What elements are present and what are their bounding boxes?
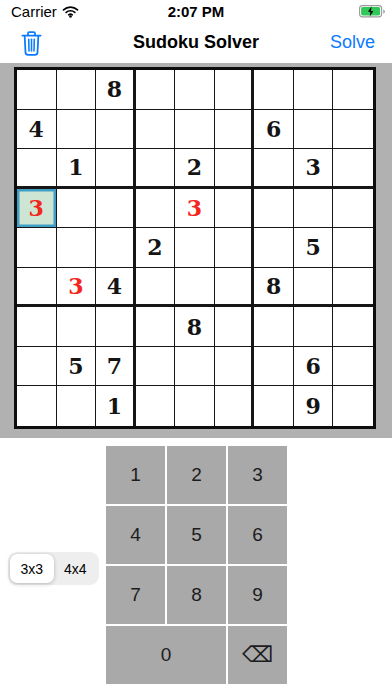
sudoku-cell-r8c5[interactable] <box>175 347 215 387</box>
sudoku-cell-r8c1[interactable] <box>17 347 57 387</box>
sudoku-cell-r9c8[interactable]: 9 <box>294 386 334 426</box>
sudoku-cell-r6c8[interactable] <box>294 268 334 308</box>
sudoku-cell-r4c9[interactable] <box>333 189 373 229</box>
sudoku-cell-r9c2[interactable] <box>57 386 97 426</box>
keypad-key-2[interactable]: 2 <box>167 446 226 504</box>
status-left: Carrier <box>0 3 79 20</box>
sudoku-cell-r1c9[interactable] <box>333 70 373 110</box>
sudoku-cell-r5c9[interactable] <box>333 228 373 268</box>
sudoku-cell-r2c4[interactable] <box>136 110 176 150</box>
grid-size-toggle: 3x34x4 <box>8 552 99 585</box>
keypad-key-7[interactable]: 7 <box>106 566 165 624</box>
sudoku-cell-r7c1[interactable] <box>17 307 57 347</box>
sudoku-cell-r9c9[interactable] <box>333 386 373 426</box>
sudoku-cell-r4c8[interactable] <box>294 189 334 229</box>
sudoku-cell-r9c7[interactable] <box>254 386 294 426</box>
sudoku-cell-r2c8[interactable] <box>294 110 334 150</box>
sudoku-cell-r9c3[interactable]: 1 <box>96 386 136 426</box>
status-right <box>359 5 392 18</box>
sudoku-cell-r4c3[interactable] <box>96 189 136 229</box>
segment-3x3[interactable]: 3x3 <box>10 554 54 583</box>
sudoku-cell-r2c3[interactable] <box>96 110 136 150</box>
sudoku-cell-r5c7[interactable] <box>254 228 294 268</box>
sudoku-cell-r9c1[interactable] <box>17 386 57 426</box>
keypad-key-5[interactable]: 5 <box>167 506 226 564</box>
keypad-key-8[interactable]: 8 <box>167 566 226 624</box>
sudoku-cell-r3c7[interactable] <box>254 149 294 189</box>
sudoku-cell-r1c7[interactable] <box>254 70 294 110</box>
sudoku-cell-r4c7[interactable] <box>254 189 294 229</box>
clear-board-button[interactable] <box>16 27 46 59</box>
sudoku-cell-r6c2[interactable]: 3 <box>57 268 97 308</box>
sudoku-cell-r3c2[interactable]: 1 <box>57 149 97 189</box>
input-area: 3x34x4 1234567890⌫ <box>0 438 392 696</box>
sudoku-cell-r8c3[interactable]: 7 <box>96 347 136 387</box>
sudoku-cell-r4c6[interactable] <box>215 189 255 229</box>
keypad-key-6[interactable]: 6 <box>228 506 287 564</box>
status-bar: Carrier 2:07 PM <box>0 0 392 22</box>
sudoku-cell-r8c9[interactable] <box>333 347 373 387</box>
sudoku-cell-r3c4[interactable] <box>136 149 176 189</box>
sudoku-cell-r3c5[interactable]: 2 <box>175 149 215 189</box>
sudoku-cell-r3c1[interactable] <box>17 149 57 189</box>
sudoku-cell-r9c5[interactable] <box>175 386 215 426</box>
sudoku-cell-r1c8[interactable] <box>294 70 334 110</box>
sudoku-cell-r5c1[interactable] <box>17 228 57 268</box>
number-keypad: 1234567890⌫ <box>106 446 287 684</box>
sudoku-cell-r9c6[interactable] <box>215 386 255 426</box>
sudoku-cell-r3c3[interactable] <box>96 149 136 189</box>
sudoku-cell-r1c5[interactable] <box>175 70 215 110</box>
sudoku-cell-r1c4[interactable] <box>136 70 176 110</box>
sudoku-cell-r2c2[interactable] <box>57 110 97 150</box>
sudoku-cell-r2c7[interactable]: 6 <box>254 110 294 150</box>
solve-button[interactable]: Solve <box>330 22 375 63</box>
sudoku-cell-r4c4[interactable] <box>136 189 176 229</box>
board-area: 8461233325348857619 <box>0 63 392 438</box>
sudoku-cell-r5c2[interactable] <box>57 228 97 268</box>
sudoku-cell-r6c7[interactable]: 8 <box>254 268 294 308</box>
sudoku-cell-r5c4[interactable]: 2 <box>136 228 176 268</box>
sudoku-cell-r6c3[interactable]: 4 <box>96 268 136 308</box>
battery-charging-icon <box>359 5 386 18</box>
sudoku-cell-r7c5[interactable]: 8 <box>175 307 215 347</box>
sudoku-cell-r2c6[interactable] <box>215 110 255 150</box>
sudoku-cell-r5c6[interactable] <box>215 228 255 268</box>
sudoku-cell-r2c5[interactable] <box>175 110 215 150</box>
sudoku-cell-r5c5[interactable] <box>175 228 215 268</box>
sudoku-cell-r7c9[interactable] <box>333 307 373 347</box>
sudoku-cell-r5c3[interactable] <box>96 228 136 268</box>
sudoku-cell-r7c7[interactable] <box>254 307 294 347</box>
sudoku-cell-r6c1[interactable] <box>17 268 57 308</box>
sudoku-cell-r1c6[interactable] <box>215 70 255 110</box>
sudoku-cell-r6c9[interactable] <box>333 268 373 308</box>
sudoku-cell-r7c6[interactable] <box>215 307 255 347</box>
keypad-key-4[interactable]: 4 <box>106 506 165 564</box>
sudoku-cell-r9c4[interactable] <box>136 386 176 426</box>
sudoku-cell-r3c6[interactable] <box>215 149 255 189</box>
sudoku-solver-app: Carrier 2:07 PM <box>0 0 392 696</box>
sudoku-cell-r1c1[interactable] <box>17 70 57 110</box>
sudoku-cell-r2c9[interactable] <box>333 110 373 150</box>
keypad-backspace-key[interactable]: ⌫ <box>228 626 287 684</box>
sudoku-cell-r8c4[interactable] <box>136 347 176 387</box>
sudoku-cell-r6c6[interactable] <box>215 268 255 308</box>
sudoku-cell-r4c1[interactable]: 3 <box>17 189 57 229</box>
nav-bar: Sudoku Solver Solve <box>0 22 392 64</box>
sudoku-cell-r7c2[interactable] <box>57 307 97 347</box>
sudoku-cell-r7c8[interactable] <box>294 307 334 347</box>
sudoku-cell-r7c3[interactable] <box>96 307 136 347</box>
sudoku-cell-r6c4[interactable] <box>136 268 176 308</box>
sudoku-cell-r3c8[interactable]: 3 <box>294 149 334 189</box>
sudoku-cell-r8c7[interactable] <box>254 347 294 387</box>
sudoku-cell-r1c2[interactable] <box>57 70 97 110</box>
sudoku-cell-r8c2[interactable]: 5 <box>57 347 97 387</box>
trash-icon <box>19 29 44 58</box>
keypad-key-1[interactable]: 1 <box>106 446 165 504</box>
sudoku-cell-r8c8[interactable]: 6 <box>294 347 334 387</box>
wifi-icon <box>62 5 79 18</box>
sudoku-cell-r3c9[interactable] <box>333 149 373 189</box>
segment-4x4[interactable]: 4x4 <box>54 554 98 583</box>
sudoku-cell-r2c1[interactable]: 4 <box>17 110 57 150</box>
keypad-key-0[interactable]: 0 <box>106 626 226 684</box>
carrier-label: Carrier <box>11 3 57 20</box>
sudoku-cell-r6c5[interactable] <box>175 268 215 308</box>
sudoku-cell-r4c2[interactable] <box>57 189 97 229</box>
sudoku-cell-r7c4[interactable] <box>136 307 176 347</box>
sudoku-cell-r4c5[interactable]: 3 <box>175 189 215 229</box>
backspace-icon: ⌫ <box>242 644 273 666</box>
sudoku-cell-r8c6[interactable] <box>215 347 255 387</box>
keypad-key-9[interactable]: 9 <box>228 566 287 624</box>
sudoku-cell-r1c3[interactable]: 8 <box>96 70 136 110</box>
keypad-key-3[interactable]: 3 <box>228 446 287 504</box>
sudoku-cell-r5c8[interactable]: 5 <box>294 228 334 268</box>
sudoku-board: 8461233325348857619 <box>14 67 376 429</box>
